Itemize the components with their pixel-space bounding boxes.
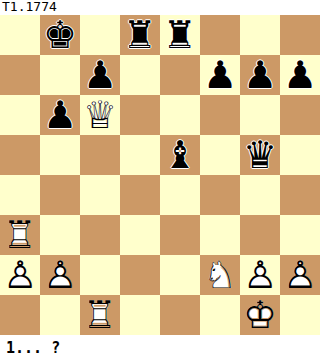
square-d3[interactable] <box>120 215 160 255</box>
square-g3[interactable] <box>240 215 280 255</box>
white-queen-outline: ♕ <box>80 95 120 135</box>
square-b4[interactable] <box>40 175 80 215</box>
white-pawn-outline: ♙ <box>40 255 80 295</box>
square-g5[interactable]: ♛ <box>240 135 280 175</box>
square-a7[interactable] <box>0 55 40 95</box>
square-f1[interactable] <box>200 295 240 335</box>
square-b5[interactable] <box>40 135 80 175</box>
square-e3[interactable] <box>160 215 200 255</box>
square-b7[interactable] <box>40 55 80 95</box>
white-rook[interactable]: ♜♖ <box>0 215 40 255</box>
move-prompt: 1... ? <box>0 335 320 360</box>
square-a3[interactable]: ♜♖ <box>0 215 40 255</box>
square-d5[interactable] <box>120 135 160 175</box>
square-a6[interactable] <box>0 95 40 135</box>
square-e6[interactable] <box>160 95 200 135</box>
square-a4[interactable] <box>0 175 40 215</box>
white-pawn[interactable]: ♟♙ <box>240 255 280 295</box>
square-c5[interactable] <box>80 135 120 175</box>
white-pawn-outline: ♙ <box>280 255 320 295</box>
square-d7[interactable] <box>120 55 160 95</box>
chess-board: ♚♜♜♟♟♟♟♟♛♕♝♛♜♖♟♙♟♙♞♘♟♙♟♙♜♖♚♔ <box>0 15 320 335</box>
black-pawn[interactable]: ♟ <box>240 55 280 95</box>
square-h3[interactable] <box>280 215 320 255</box>
square-c2[interactable] <box>80 255 120 295</box>
square-b1[interactable] <box>40 295 80 335</box>
square-g1[interactable]: ♚♔ <box>240 295 280 335</box>
square-b8[interactable]: ♚ <box>40 15 80 55</box>
square-e1[interactable] <box>160 295 200 335</box>
white-pawn[interactable]: ♟♙ <box>40 255 80 295</box>
black-pawn[interactable]: ♟ <box>80 55 120 95</box>
square-a2[interactable]: ♟♙ <box>0 255 40 295</box>
square-d6[interactable] <box>120 95 160 135</box>
square-d4[interactable] <box>120 175 160 215</box>
white-knight[interactable]: ♞♘ <box>200 255 240 295</box>
black-rook[interactable]: ♜ <box>120 15 160 55</box>
square-h5[interactable] <box>280 135 320 175</box>
square-f5[interactable] <box>200 135 240 175</box>
square-f4[interactable] <box>200 175 240 215</box>
white-king[interactable]: ♚♔ <box>240 295 280 335</box>
square-h4[interactable] <box>280 175 320 215</box>
square-e4[interactable] <box>160 175 200 215</box>
square-a5[interactable] <box>0 135 40 175</box>
square-b3[interactable] <box>40 215 80 255</box>
square-f7[interactable]: ♟ <box>200 55 240 95</box>
square-f3[interactable] <box>200 215 240 255</box>
white-pawn-outline: ♙ <box>240 255 280 295</box>
white-rook-outline: ♖ <box>80 295 120 335</box>
black-rook[interactable]: ♜ <box>160 15 200 55</box>
white-rook-outline: ♖ <box>0 215 40 255</box>
square-c6[interactable]: ♛♕ <box>80 95 120 135</box>
square-a8[interactable] <box>0 15 40 55</box>
square-g6[interactable] <box>240 95 280 135</box>
square-c3[interactable] <box>80 215 120 255</box>
black-pawn[interactable]: ♟ <box>280 55 320 95</box>
square-b6[interactable]: ♟ <box>40 95 80 135</box>
square-h6[interactable] <box>280 95 320 135</box>
chess-puzzle-app: T1.1774 ♚♜♜♟♟♟♟♟♛♕♝♛♜♖♟♙♟♙♞♘♟♙♟♙♜♖♚♔ 1..… <box>0 0 320 360</box>
white-pawn[interactable]: ♟♙ <box>0 255 40 295</box>
black-queen[interactable]: ♛ <box>240 135 280 175</box>
square-g2[interactable]: ♟♙ <box>240 255 280 295</box>
square-d2[interactable] <box>120 255 160 295</box>
square-h8[interactable] <box>280 15 320 55</box>
black-pawn[interactable]: ♟ <box>200 55 240 95</box>
square-a1[interactable] <box>0 295 40 335</box>
square-g7[interactable]: ♟ <box>240 55 280 95</box>
white-rook[interactable]: ♜♖ <box>80 295 120 335</box>
square-f6[interactable] <box>200 95 240 135</box>
square-f8[interactable] <box>200 15 240 55</box>
square-h7[interactable]: ♟ <box>280 55 320 95</box>
square-e7[interactable] <box>160 55 200 95</box>
black-king[interactable]: ♚ <box>40 15 80 55</box>
square-f2[interactable]: ♞♘ <box>200 255 240 295</box>
square-c7[interactable]: ♟ <box>80 55 120 95</box>
white-queen[interactable]: ♛♕ <box>80 95 120 135</box>
white-pawn-outline: ♙ <box>0 255 40 295</box>
square-h1[interactable] <box>280 295 320 335</box>
square-g4[interactable] <box>240 175 280 215</box>
square-e5[interactable]: ♝ <box>160 135 200 175</box>
square-e8[interactable]: ♜ <box>160 15 200 55</box>
square-c1[interactable]: ♜♖ <box>80 295 120 335</box>
square-e2[interactable] <box>160 255 200 295</box>
square-d1[interactable] <box>120 295 160 335</box>
square-d8[interactable]: ♜ <box>120 15 160 55</box>
white-knight-outline: ♘ <box>200 255 240 295</box>
white-king-outline: ♔ <box>240 295 280 335</box>
black-bishop[interactable]: ♝ <box>160 135 200 175</box>
black-pawn[interactable]: ♟ <box>40 95 80 135</box>
white-pawn[interactable]: ♟♙ <box>280 255 320 295</box>
square-c8[interactable] <box>80 15 120 55</box>
square-g8[interactable] <box>240 15 280 55</box>
square-c4[interactable] <box>80 175 120 215</box>
square-h2[interactable]: ♟♙ <box>280 255 320 295</box>
square-b2[interactable]: ♟♙ <box>40 255 80 295</box>
